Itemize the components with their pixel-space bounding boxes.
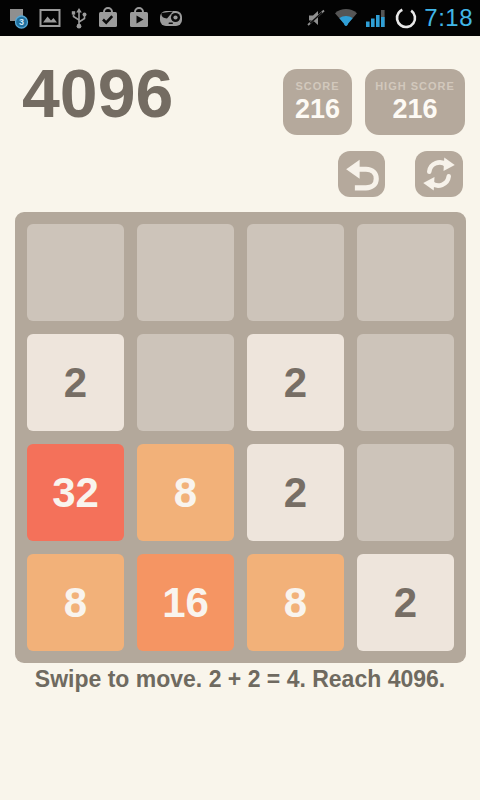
svg-text:3: 3 — [19, 17, 24, 27]
gallery-icon — [38, 6, 62, 30]
tile-2: 2 — [247, 444, 344, 541]
tile-2: 2 — [247, 334, 344, 431]
battery-circle-icon — [393, 5, 419, 31]
high-score-value: 216 — [392, 94, 437, 125]
restart-button[interactable] — [415, 151, 463, 197]
android-status-bar: 3 — [0, 0, 480, 36]
empty-cell — [357, 334, 454, 431]
cyanogenmod-mascot-icon — [158, 6, 184, 30]
volume-muted-icon — [304, 6, 328, 30]
cell-signal-icon — [364, 6, 388, 30]
empty-cell — [247, 224, 344, 321]
empty-cell — [27, 224, 124, 321]
status-bar-left-icons: 3 — [7, 6, 184, 30]
empty-cell — [357, 444, 454, 541]
play-store-update-check-icon — [96, 6, 120, 30]
tile-8: 8 — [137, 444, 234, 541]
instructions-text: Swipe to move. 2 + 2 = 4. Reach 4096. — [0, 666, 480, 693]
empty-cell — [357, 224, 454, 321]
tile-2: 2 — [27, 334, 124, 431]
empty-cell — [137, 224, 234, 321]
wifi-signal-icon — [333, 6, 359, 30]
usb-connected-icon — [69, 6, 89, 30]
undo-button[interactable] — [338, 151, 385, 197]
status-bar-right-icons: 7:18 — [304, 0, 473, 36]
tile-2: 2 — [357, 554, 454, 651]
app-screen: 3 — [0, 0, 480, 800]
tile-8: 8 — [247, 554, 344, 651]
status-bar-clock: 7:18 — [424, 0, 473, 36]
notification-count-badge-icon: 3 — [7, 6, 31, 30]
tile-16: 16 — [137, 554, 234, 651]
game-board-4x4[interactable]: 22328281682 — [15, 212, 466, 663]
tile-32: 32 — [27, 444, 124, 541]
empty-cell — [137, 334, 234, 431]
score-value: 216 — [295, 94, 340, 125]
score-box: SCORE 216 — [283, 69, 352, 135]
restart-arrows-icon — [421, 156, 457, 192]
play-store-icon — [127, 6, 151, 30]
game-title: 4096 — [22, 54, 173, 132]
undo-arrow-icon — [343, 155, 381, 193]
score-label: SCORE — [295, 80, 339, 92]
high-score-box: HIGH SCORE 216 — [365, 69, 465, 135]
high-score-label: HIGH SCORE — [375, 80, 455, 92]
tile-8: 8 — [27, 554, 124, 651]
